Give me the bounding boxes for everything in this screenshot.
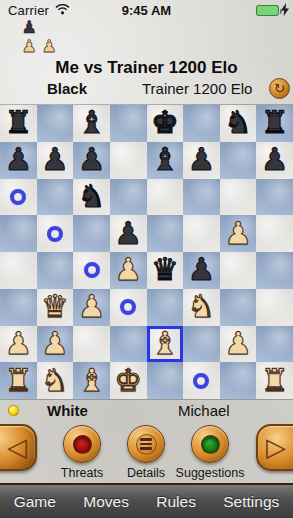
white-rook-piece: ♜ [4, 363, 32, 399]
board-square-f4[interactable]: ♟ [183, 252, 220, 289]
white-pawn-piece: ♟ [224, 326, 252, 362]
board-square-a8[interactable]: ♜ [0, 105, 37, 142]
battery-icon [256, 5, 279, 16]
white-pawn-piece: ♟ [41, 326, 69, 362]
board-square-f7[interactable]: ♟ [183, 142, 220, 179]
board-square-g5[interactable]: ♟ [220, 215, 257, 252]
board-square-a7[interactable]: ♟ [0, 142, 37, 179]
black-knight-piece: ♞ [224, 105, 252, 141]
board-square-a6[interactable] [0, 179, 37, 216]
board-square-e8[interactable]: ♚ [147, 105, 184, 142]
board-square-h5[interactable] [256, 215, 293, 252]
board-square-f2[interactable] [183, 326, 220, 363]
white-pawn-piece: ♟ [4, 326, 32, 362]
black-player-name: Trainer 1200 Elo [142, 80, 252, 97]
black-knight-piece: ♞ [78, 179, 106, 215]
captured-row-1: ♟ [20, 19, 58, 38]
threats-red-icon [73, 435, 92, 454]
white-pawn-piece: ♟ [114, 252, 142, 288]
next-move-button[interactable]: ▷ [256, 424, 293, 471]
black-rook-piece: ♜ [4, 105, 32, 141]
black-rook-piece: ♜ [261, 105, 289, 141]
black-pawn-piece: ♟ [261, 142, 289, 178]
previous-move-button[interactable]: ◁ [0, 424, 37, 471]
app-screen: Carrier 9:45 AM ♟ ♟♟ Me vs Trainer 1200 … [0, 0, 293, 518]
board-square-b1[interactable]: ♞ [37, 362, 74, 399]
black-side-label: Black [47, 80, 87, 97]
charging-bolt-icon [281, 3, 290, 17]
board-square-b4[interactable] [37, 252, 74, 289]
chess-board: ♜♝♚♞♜♟♟♟♝♟♟♞♟♟♟♛♟♛♟♞♟♟♝♟♜♞♝♚♜ [0, 104, 293, 400]
board-square-a4[interactable] [0, 252, 37, 289]
board-square-g1[interactable] [220, 362, 257, 399]
black-pawn-piece: ♟ [188, 252, 216, 288]
white-player-row: White Michael [0, 402, 293, 423]
legal-move-hint-c4[interactable] [84, 262, 100, 278]
black-player-row: Black Trainer 1200 Elo ↻ [0, 80, 293, 101]
board-square-d7[interactable] [110, 142, 147, 179]
turn-indicator-dot [8, 405, 19, 416]
board-square-g3[interactable] [220, 289, 257, 326]
black-pawn-piece: ♟ [114, 216, 142, 252]
legal-move-hint-a6[interactable] [10, 189, 26, 205]
legal-move-hint-d3[interactable] [120, 299, 136, 315]
board-square-e2[interactable]: ♝ [147, 326, 184, 363]
legal-move-hint-b5[interactable] [47, 226, 63, 242]
black-bishop-piece: ♝ [151, 142, 179, 178]
board-square-c2[interactable] [73, 326, 110, 363]
board-square-h2[interactable] [256, 326, 293, 363]
legal-move-hint-f1[interactable] [193, 373, 209, 389]
board-square-b3[interactable]: ♛ [37, 289, 74, 326]
white-bishop-piece: ♝ [78, 363, 106, 399]
captured-row-2: ♟♟ [20, 38, 58, 57]
board-square-b8[interactable] [37, 105, 74, 142]
white-knight-piece: ♞ [188, 289, 216, 325]
clock-time: 9:45 AM [0, 3, 293, 18]
tab-rules[interactable]: Rules [156, 493, 196, 511]
white-side-label: White [47, 402, 88, 419]
board-square-c3[interactable]: ♟ [73, 289, 110, 326]
board-square-c4[interactable] [73, 252, 110, 289]
board-square-c5[interactable] [73, 215, 110, 252]
details-button[interactable] [127, 425, 165, 463]
white-pawn-piece: ♟ [78, 289, 106, 325]
captured-pieces-tray: ♟ ♟♟ [20, 19, 58, 57]
board-square-f3[interactable]: ♞ [183, 289, 220, 326]
white-rook-piece: ♜ [261, 363, 289, 399]
board-square-a2[interactable]: ♟ [0, 326, 37, 363]
board-square-d4[interactable]: ♟ [110, 252, 147, 289]
board-square-d2[interactable] [110, 326, 147, 363]
board-square-e5[interactable] [147, 215, 184, 252]
board-square-h7[interactable]: ♟ [256, 142, 293, 179]
board-square-d3[interactable] [110, 289, 147, 326]
captured-black-pawn: ♟ [20, 19, 38, 38]
engine-busy-icon[interactable]: ↻ [269, 78, 290, 99]
board-square-c8[interactable]: ♝ [73, 105, 110, 142]
board-square-e7[interactable]: ♝ [147, 142, 184, 179]
board-square-g8[interactable]: ♞ [220, 105, 257, 142]
board-square-h3[interactable] [256, 289, 293, 326]
board-square-g7[interactable] [220, 142, 257, 179]
board-square-e1[interactable] [147, 362, 184, 399]
suggestions-button[interactable] [191, 425, 229, 463]
status-bar: Carrier 9:45 AM [0, 0, 293, 20]
board-square-b6[interactable] [37, 179, 74, 216]
white-queen-piece: ♛ [41, 289, 69, 325]
board-square-f5[interactable] [183, 215, 220, 252]
game-title: Me vs Trainer 1200 Elo [0, 58, 293, 78]
board-square-d6[interactable] [110, 179, 147, 216]
tab-game[interactable]: Game [14, 493, 56, 511]
board-square-c1[interactable]: ♝ [73, 362, 110, 399]
tab-moves[interactable]: Moves [83, 493, 129, 511]
board-square-a3[interactable] [0, 289, 37, 326]
board-square-a1[interactable]: ♜ [0, 362, 37, 399]
board-square-h8[interactable]: ♜ [256, 105, 293, 142]
board-square-g6[interactable] [220, 179, 257, 216]
board-square-b5[interactable] [37, 215, 74, 252]
board-square-d5[interactable]: ♟ [110, 215, 147, 252]
white-king-piece: ♚ [114, 363, 142, 399]
board-square-f8[interactable] [183, 105, 220, 142]
black-pawn-piece: ♟ [78, 142, 106, 178]
black-bishop-piece: ♝ [78, 105, 106, 141]
board-square-b2[interactable]: ♟ [37, 326, 74, 363]
board-square-h6[interactable] [256, 179, 293, 216]
captured-white-pawn: ♟ [40, 38, 58, 57]
board-square-g4[interactable] [220, 252, 257, 289]
white-pawn-piece: ♟ [224, 216, 252, 252]
board-square-c6[interactable]: ♞ [73, 179, 110, 216]
suggestions-label: Suggestions [170, 466, 250, 480]
board-square-f6[interactable] [183, 179, 220, 216]
details-lines-icon [136, 434, 157, 455]
white-knight-piece: ♞ [41, 363, 69, 399]
captured-white-pawn: ♟ [20, 38, 38, 57]
board-square-e3[interactable] [147, 289, 184, 326]
board-square-g2[interactable]: ♟ [220, 326, 257, 363]
board-square-d1[interactable]: ♚ [110, 362, 147, 399]
board-square-b7[interactable]: ♟ [37, 142, 74, 179]
board-square-e6[interactable] [147, 179, 184, 216]
white-bishop-piece: ♝ [151, 326, 179, 362]
black-queen-piece: ♛ [151, 252, 179, 288]
board-square-c7[interactable]: ♟ [73, 142, 110, 179]
black-pawn-piece: ♟ [4, 142, 32, 178]
board-square-f1[interactable] [183, 362, 220, 399]
board-square-d8[interactable] [110, 105, 147, 142]
board-square-e4[interactable]: ♛ [147, 252, 184, 289]
threats-button[interactable] [63, 425, 101, 463]
suggestions-green-icon [201, 435, 220, 454]
white-player-name: Michael [178, 402, 230, 419]
board-square-h1[interactable]: ♜ [256, 362, 293, 399]
board-square-h4[interactable] [256, 252, 293, 289]
black-pawn-piece: ♟ [41, 142, 69, 178]
black-king-piece: ♚ [151, 105, 179, 141]
bottom-tab-bar: Game Moves Rules Settings [0, 485, 293, 518]
tab-settings[interactable]: Settings [223, 493, 279, 511]
board-square-a5[interactable] [0, 215, 37, 252]
black-pawn-piece: ♟ [188, 142, 216, 178]
